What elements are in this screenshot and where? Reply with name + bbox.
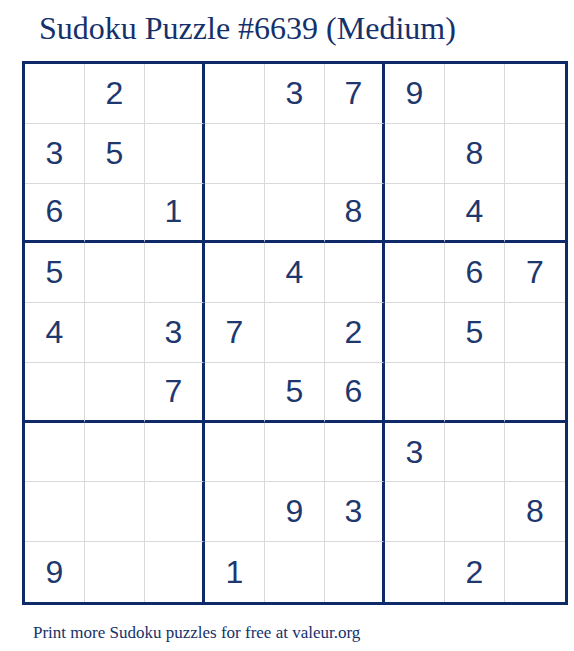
cell-r5c4: 7 (205, 303, 265, 363)
cell-r6c6: 6 (325, 363, 385, 423)
cell-r7c6 (325, 423, 385, 483)
cell-r8c7 (385, 482, 445, 542)
cell-r8c3 (145, 482, 205, 542)
cell-r9c8: 2 (445, 542, 505, 602)
cell-r2c5 (265, 124, 325, 184)
cell-r5c8: 5 (445, 303, 505, 363)
cell-r5c2 (85, 303, 145, 363)
cell-r9c9 (505, 542, 565, 602)
cell-r8c2 (85, 482, 145, 542)
cell-r6c7 (385, 363, 445, 423)
cell-r9c1: 9 (25, 542, 85, 602)
cell-r3c9 (505, 184, 565, 244)
cell-r1c7: 9 (385, 64, 445, 124)
cell-r4c3 (145, 243, 205, 303)
cell-r1c4 (205, 64, 265, 124)
cell-r2c3 (145, 124, 205, 184)
cell-r6c9 (505, 363, 565, 423)
cell-r2c2: 5 (85, 124, 145, 184)
cell-r4c6 (325, 243, 385, 303)
cell-r3c4 (205, 184, 265, 244)
cell-r7c3 (145, 423, 205, 483)
cell-r1c6: 7 (325, 64, 385, 124)
cell-r9c4: 1 (205, 542, 265, 602)
cell-r6c4 (205, 363, 265, 423)
cell-r2c9 (505, 124, 565, 184)
cell-r4c1: 5 (25, 243, 85, 303)
cell-r3c7 (385, 184, 445, 244)
cell-r3c8: 4 (445, 184, 505, 244)
cell-r7c2 (85, 423, 145, 483)
cell-r2c8: 8 (445, 124, 505, 184)
cell-r5c1: 4 (25, 303, 85, 363)
cell-r4c4 (205, 243, 265, 303)
cell-r1c9 (505, 64, 565, 124)
cell-r7c8 (445, 423, 505, 483)
cell-r1c5: 3 (265, 64, 325, 124)
cell-r8c1 (25, 482, 85, 542)
footer-text: Print more Sudoku puzzles for free at va… (33, 623, 360, 643)
cell-r4c7 (385, 243, 445, 303)
cell-r9c5 (265, 542, 325, 602)
cell-r5c3: 3 (145, 303, 205, 363)
cell-r6c3: 7 (145, 363, 205, 423)
cell-r7c9 (505, 423, 565, 483)
cell-r3c5 (265, 184, 325, 244)
cell-r6c8 (445, 363, 505, 423)
cell-r8c8 (445, 482, 505, 542)
cell-r5c7 (385, 303, 445, 363)
cell-r1c3 (145, 64, 205, 124)
cell-r9c3 (145, 542, 205, 602)
cell-r6c2 (85, 363, 145, 423)
cell-r4c2 (85, 243, 145, 303)
cell-r7c4 (205, 423, 265, 483)
cell-r2c1: 3 (25, 124, 85, 184)
cell-r1c1 (25, 64, 85, 124)
cell-r8c5: 9 (265, 482, 325, 542)
cell-r3c1: 6 (25, 184, 85, 244)
cell-r1c8 (445, 64, 505, 124)
page-title: Sudoku Puzzle #6639 (Medium) (39, 12, 456, 44)
cell-r7c5 (265, 423, 325, 483)
cell-r3c6: 8 (325, 184, 385, 244)
cell-r9c7 (385, 542, 445, 602)
cell-r6c1 (25, 363, 85, 423)
cell-r3c3: 1 (145, 184, 205, 244)
cell-r6c5: 5 (265, 363, 325, 423)
cell-r8c6: 3 (325, 482, 385, 542)
cell-r8c9: 8 (505, 482, 565, 542)
cell-r7c1 (25, 423, 85, 483)
cell-r5c5 (265, 303, 325, 363)
cell-r3c2 (85, 184, 145, 244)
sudoku-grid: 237935861845467437257563938912 (22, 61, 568, 605)
cell-r4c8: 6 (445, 243, 505, 303)
sudoku-sheet: Sudoku Puzzle #6639 (Medium) 23793586184… (0, 0, 574, 651)
cell-r8c4 (205, 482, 265, 542)
cell-r5c9 (505, 303, 565, 363)
cell-r1c2: 2 (85, 64, 145, 124)
cell-r9c2 (85, 542, 145, 602)
cell-r5c6: 2 (325, 303, 385, 363)
cell-r4c5: 4 (265, 243, 325, 303)
cell-r2c4 (205, 124, 265, 184)
cell-r2c7 (385, 124, 445, 184)
cell-r9c6 (325, 542, 385, 602)
cell-r7c7: 3 (385, 423, 445, 483)
cell-r2c6 (325, 124, 385, 184)
cell-r4c9: 7 (505, 243, 565, 303)
